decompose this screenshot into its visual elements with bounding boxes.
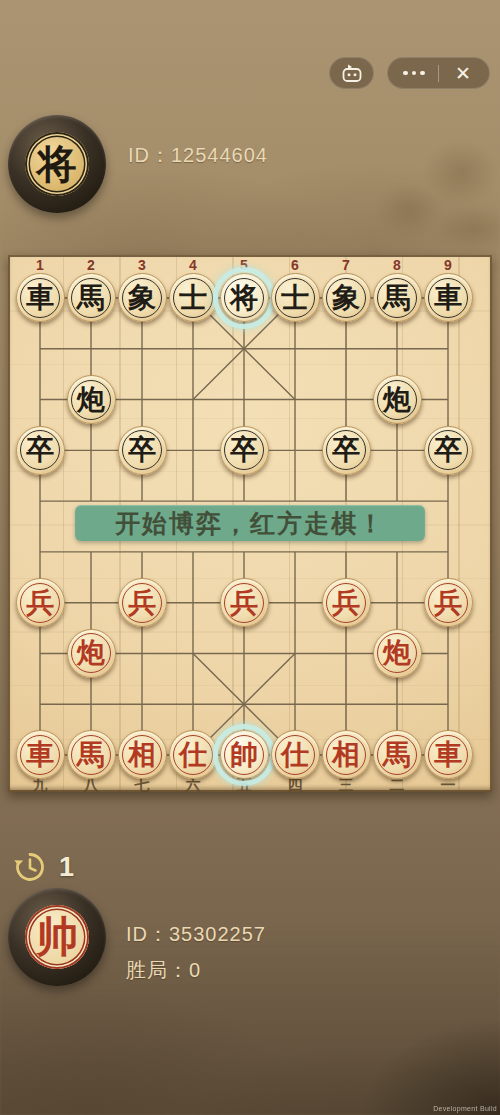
board-point: 兵	[15, 577, 66, 628]
board-point: 馬	[66, 729, 117, 780]
xiangqi-piece-red-炮[interactable]: 炮	[67, 629, 116, 678]
window-capsule: ✕	[387, 57, 490, 89]
xiangqi-piece-red-車[interactable]: 車	[424, 730, 473, 779]
black-player-avatar: 将	[8, 115, 106, 213]
xiangqi-piece-black-車[interactable]: 車	[16, 273, 65, 322]
black-player-id: ID：12544604	[128, 142, 268, 169]
xiangqi-piece-black-象[interactable]: 象	[118, 273, 167, 322]
xiangqi-piece-black-士[interactable]: 士	[169, 273, 218, 322]
board-point: 相	[321, 729, 372, 780]
more-options-icon	[403, 71, 425, 76]
xiangqi-piece-black-馬[interactable]: 馬	[373, 273, 422, 322]
history-clock-icon	[12, 849, 48, 885]
board-point: 車	[15, 729, 66, 780]
board-point: 車	[423, 729, 474, 780]
xiangqi-piece-red-兵[interactable]: 兵	[118, 578, 167, 627]
undo-history-button[interactable]: 1	[12, 849, 74, 885]
xiangqi-piece-red-炮[interactable]: 炮	[373, 629, 422, 678]
close-button[interactable]: ✕	[439, 58, 487, 88]
development-build-watermark: Development Build	[433, 1105, 497, 1112]
board-point: 相	[117, 729, 168, 780]
board-point: 兵	[117, 577, 168, 628]
board-point: 仕	[270, 729, 321, 780]
close-icon: ✕	[455, 64, 471, 83]
xiangqi-board[interactable]: 123456789 九八七六五四三二一 車馬象士将士象馬車炮炮卒卒卒卒卒兵兵兵兵…	[8, 255, 492, 792]
red-player-id: ID：35302257	[126, 921, 266, 948]
xiangqi-piece-red-仕[interactable]: 仕	[169, 730, 218, 779]
xiangqi-piece-black-炮[interactable]: 炮	[373, 375, 422, 424]
red-player-wins: 胜局：0	[126, 957, 201, 984]
board-point: 車	[15, 273, 66, 324]
board-point: 卒	[219, 425, 270, 476]
board-point: 兵	[423, 577, 474, 628]
xiangqi-piece-red-相[interactable]: 相	[322, 730, 371, 779]
board-point: 卒	[423, 425, 474, 476]
xiangqi-piece-red-兵[interactable]: 兵	[322, 578, 371, 627]
xiangqi-piece-red-仕[interactable]: 仕	[271, 730, 320, 779]
board-point: 卒	[15, 425, 66, 476]
more-options-button[interactable]	[390, 58, 438, 88]
board-point: 馬	[372, 273, 423, 324]
turn-announcement-banner: 开始博弈，红方走棋！	[75, 505, 425, 541]
xiangqi-piece-black-車[interactable]: 車	[424, 273, 473, 322]
background-rock	[340, 1020, 500, 1115]
board-point: 炮	[372, 374, 423, 425]
board-point: 炮	[372, 628, 423, 679]
xiangqi-piece-red-兵[interactable]: 兵	[220, 578, 269, 627]
board-point: 馬	[372, 729, 423, 780]
board-point: 卒	[117, 425, 168, 476]
board-point: 象	[117, 273, 168, 324]
xiangqi-piece-red-帥[interactable]: 帥	[220, 730, 269, 779]
black-general-avatar-glyph: 将	[25, 132, 89, 196]
xiangqi-piece-black-将[interactable]: 将	[220, 273, 269, 322]
undo-count: 1	[59, 852, 74, 883]
xiangqi-piece-black-卒[interactable]: 卒	[424, 426, 473, 475]
board-point: 士	[168, 273, 219, 324]
board-point: 炮	[66, 374, 117, 425]
xiangqi-piece-black-卒[interactable]: 卒	[118, 426, 167, 475]
red-general-avatar-glyph: 帅	[25, 905, 89, 969]
background-pine-tree	[370, 135, 500, 260]
xiangqi-piece-red-兵[interactable]: 兵	[16, 578, 65, 627]
board-point: 馬	[66, 273, 117, 324]
xiangqi-piece-red-車[interactable]: 車	[16, 730, 65, 779]
board-point: 士	[270, 273, 321, 324]
minigame-gamepad-button[interactable]	[329, 57, 374, 89]
board-point: 兵	[219, 577, 270, 628]
board-point: 将	[219, 273, 270, 324]
xiangqi-piece-red-相[interactable]: 相	[118, 730, 167, 779]
board-point: 炮	[66, 628, 117, 679]
xiangqi-piece-black-馬[interactable]: 馬	[67, 273, 116, 322]
board-point: 象	[321, 273, 372, 324]
xiangqi-piece-black-炮[interactable]: 炮	[67, 375, 116, 424]
board-point: 兵	[321, 577, 372, 628]
board-point: 帥	[219, 729, 270, 780]
xiangqi-piece-black-卒[interactable]: 卒	[220, 426, 269, 475]
board-point: 仕	[168, 729, 219, 780]
xiangqi-piece-red-馬[interactable]: 馬	[373, 730, 422, 779]
xiangqi-piece-black-士[interactable]: 士	[271, 273, 320, 322]
xiangqi-piece-black-象[interactable]: 象	[322, 273, 371, 322]
xiangqi-piece-red-兵[interactable]: 兵	[424, 578, 473, 627]
xiangqi-piece-black-卒[interactable]: 卒	[16, 426, 65, 475]
board-point: 車	[423, 273, 474, 324]
red-player-avatar: 帅	[8, 888, 106, 986]
gamepad-icon	[340, 61, 364, 85]
xiangqi-piece-red-馬[interactable]: 馬	[67, 730, 116, 779]
board-point: 卒	[321, 425, 372, 476]
xiangqi-piece-black-卒[interactable]: 卒	[322, 426, 371, 475]
